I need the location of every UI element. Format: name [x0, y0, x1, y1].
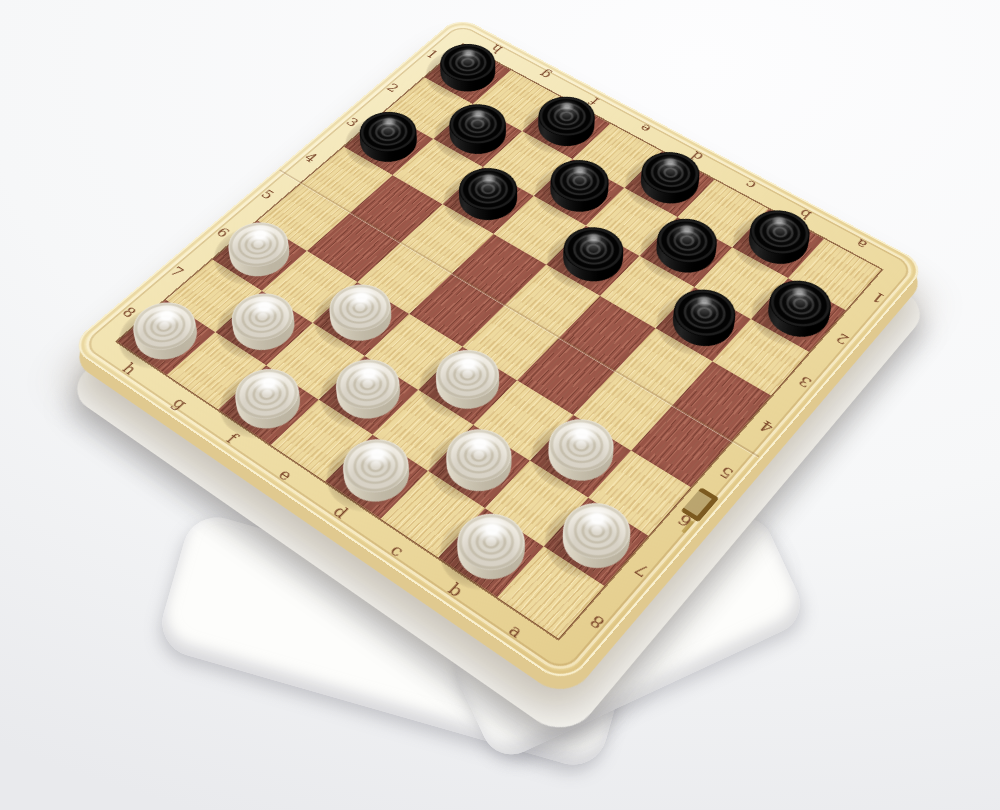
- checkers-board: 12345678 hgfedcba 12345678 hgfedcba: [68, 16, 927, 687]
- board-scene: 12345678 hgfedcba 12345678 hgfedcba: [0, 0, 1000, 810]
- scene-background: 12345678 hgfedcba 12345678 hgfedcba: [0, 0, 1000, 810]
- white-man-e7[interactable]: [325, 361, 413, 430]
